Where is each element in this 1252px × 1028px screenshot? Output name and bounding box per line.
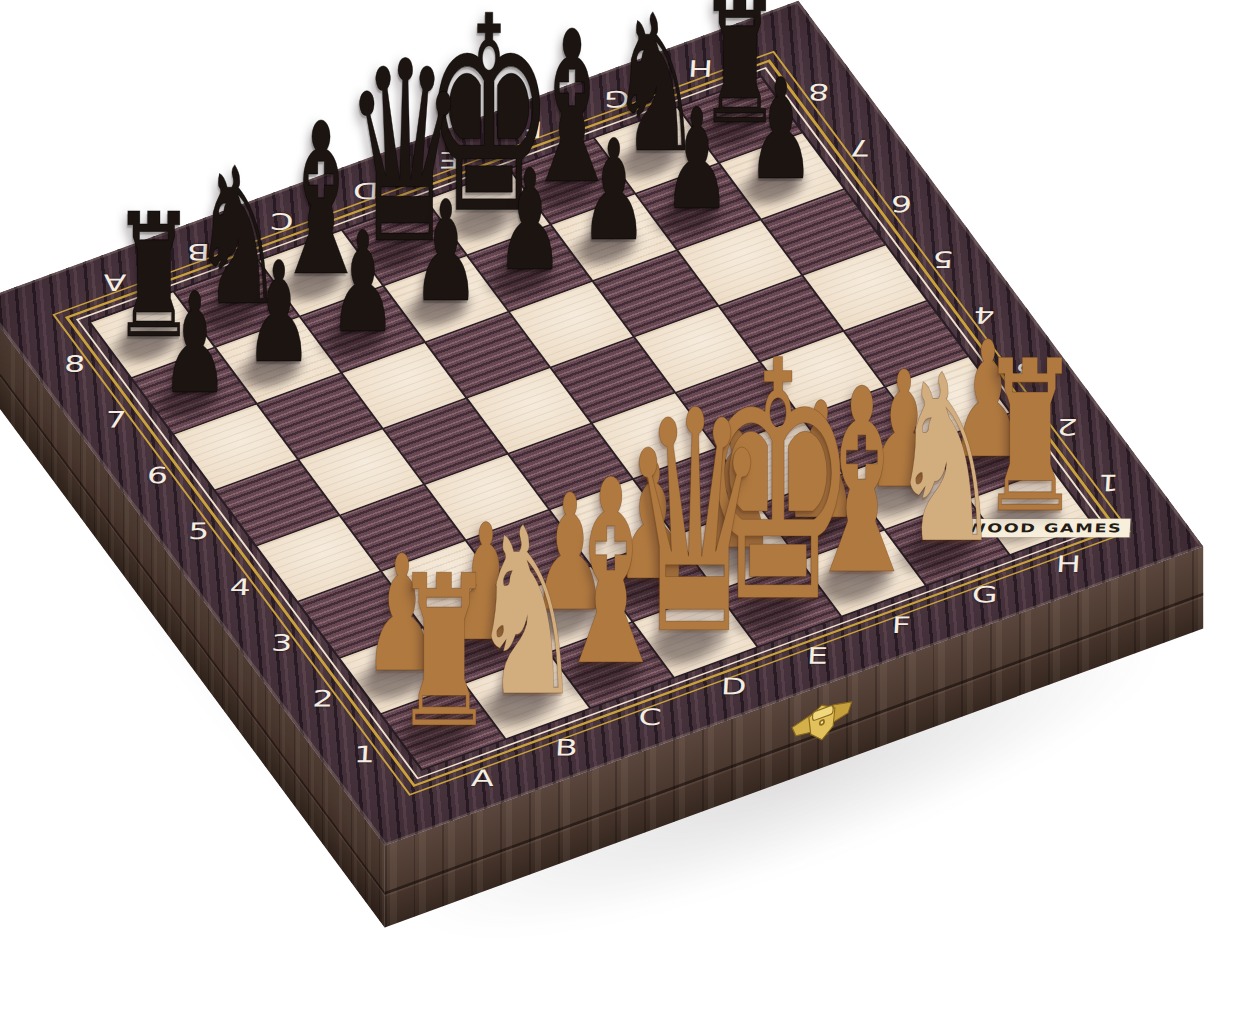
piece-black-pawn-g7: ♟ bbox=[664, 91, 731, 230]
piece-black-pawn-b7: ♟ bbox=[245, 244, 312, 383]
piece-black-pawn-d7: ♟ bbox=[413, 183, 480, 322]
piece-black-pawn-e7: ♟ bbox=[496, 152, 563, 291]
pieces-layer: ♜♞♝♛♚♝♞♜♟♟♟♟♟♟♟♟♟♟♟♟♟♟♟♟♜♞♝♛♚♝♞♜ bbox=[0, 0, 1252, 1028]
piece-black-pawn-f7: ♟ bbox=[580, 121, 647, 260]
piece-black-pawn-h7: ♟ bbox=[747, 60, 814, 199]
piece-black-pawn-c7: ♟ bbox=[329, 213, 396, 352]
piece-white-rook-a1: ♜ bbox=[393, 548, 494, 757]
chess-set-product-photo: 8877665544332211AABBCCDDEEFFGGHH WOOD GA… bbox=[0, 0, 1252, 1028]
piece-black-pawn-a7: ♟ bbox=[162, 274, 229, 413]
